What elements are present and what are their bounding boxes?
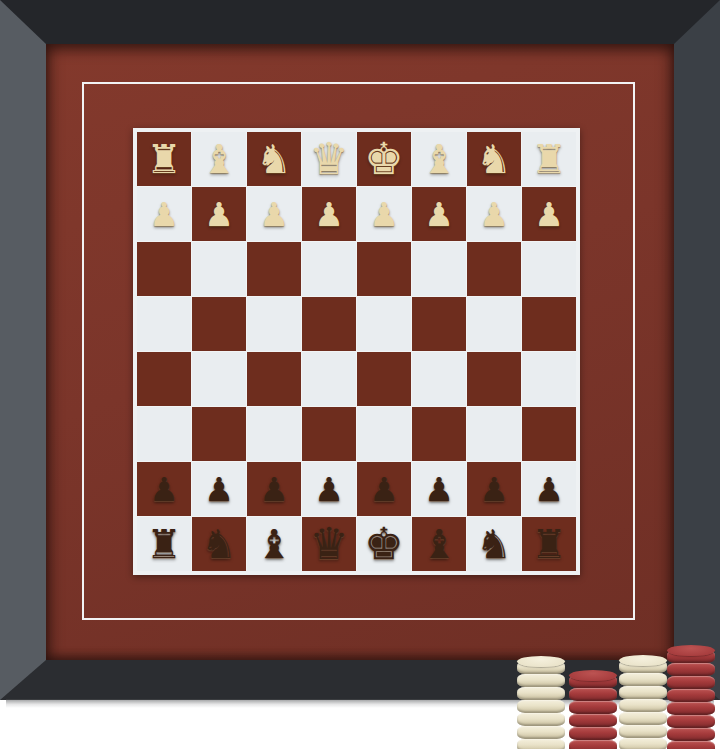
checker-stack-red-4[interactable] — [667, 650, 715, 749]
piece-dark-knight[interactable]: ♞ — [201, 524, 237, 564]
square-h3[interactable] — [522, 407, 576, 461]
square-g8[interactable]: ♞ — [467, 132, 521, 186]
board-grid: ♜♝♞♛♚♝♞♜♟♟♟♟♟♟♟♟♟♟♟♟♟♟♟♟♜♞♝♛♚♝♞♜ — [137, 132, 576, 571]
checker-disc-red — [569, 740, 617, 749]
square-e7[interactable]: ♟ — [357, 187, 411, 241]
piece-dark-pawn[interactable]: ♟ — [369, 473, 399, 506]
square-d2[interactable]: ♟ — [302, 462, 356, 516]
checker-disc-ivory — [619, 712, 667, 725]
square-e6[interactable] — [357, 242, 411, 296]
piece-dark-king[interactable]: ♚ — [364, 522, 403, 566]
checker-disc-ivory — [619, 699, 667, 712]
piece-dark-pawn[interactable]: ♟ — [534, 473, 564, 506]
checker-top-face — [569, 670, 617, 681]
checker-stack-red-2[interactable] — [569, 675, 617, 749]
square-f2[interactable]: ♟ — [412, 462, 466, 516]
square-g5[interactable] — [467, 297, 521, 351]
square-h4[interactable] — [522, 352, 576, 406]
square-d5[interactable] — [302, 297, 356, 351]
checker-disc-red — [569, 688, 617, 701]
piece-dark-knight[interactable]: ♞ — [476, 524, 512, 564]
checker-disc-ivory — [517, 674, 565, 687]
piece-dark-rook[interactable]: ♜ — [531, 524, 567, 564]
checker-disc-ivory — [517, 713, 565, 726]
square-f4[interactable] — [412, 352, 466, 406]
square-a5[interactable] — [137, 297, 191, 351]
square-d4[interactable] — [302, 352, 356, 406]
square-h5[interactable] — [522, 297, 576, 351]
square-b5[interactable] — [192, 297, 246, 351]
square-b7[interactable]: ♟ — [192, 187, 246, 241]
checker-disc-red — [569, 701, 617, 714]
checker-disc-red — [667, 728, 715, 741]
piece-light-knight[interactable]: ♞ — [476, 139, 512, 179]
square-a8[interactable]: ♜ — [137, 132, 191, 186]
piece-light-queen[interactable]: ♛ — [309, 137, 348, 181]
checker-disc-red — [667, 676, 715, 689]
piece-light-knight[interactable]: ♞ — [256, 139, 292, 179]
checker-disc-ivory — [517, 700, 565, 713]
square-c6[interactable] — [247, 242, 301, 296]
piece-light-pawn[interactable]: ♟ — [204, 198, 234, 231]
square-c4[interactable] — [247, 352, 301, 406]
photo-stage: ♜♝♞♛♚♝♞♜♟♟♟♟♟♟♟♟♟♟♟♟♟♟♟♟♜♞♝♛♚♝♞♜ — [0, 0, 720, 749]
square-f8[interactable]: ♝ — [412, 132, 466, 186]
square-g2[interactable]: ♟ — [467, 462, 521, 516]
checker-top-face — [619, 655, 667, 666]
square-b2[interactable]: ♟ — [192, 462, 246, 516]
piece-dark-pawn[interactable]: ♟ — [259, 473, 289, 506]
square-d6[interactable] — [302, 242, 356, 296]
square-b8[interactable]: ♝ — [192, 132, 246, 186]
piece-dark-pawn[interactable]: ♟ — [314, 473, 344, 506]
piece-dark-pawn[interactable]: ♟ — [204, 473, 234, 506]
square-h2[interactable]: ♟ — [522, 462, 576, 516]
piece-light-pawn[interactable]: ♟ — [424, 198, 454, 231]
square-b3[interactable] — [192, 407, 246, 461]
picture-frame: ♜♝♞♛♚♝♞♜♟♟♟♟♟♟♟♟♟♟♟♟♟♟♟♟♜♞♝♛♚♝♞♜ — [0, 0, 720, 700]
square-e4[interactable] — [357, 352, 411, 406]
square-f7[interactable]: ♟ — [412, 187, 466, 241]
square-b1[interactable]: ♞ — [192, 517, 246, 571]
piece-light-pawn[interactable]: ♟ — [314, 198, 344, 231]
piece-light-pawn[interactable]: ♟ — [259, 198, 289, 231]
checker-disc-ivory — [517, 687, 565, 700]
square-c5[interactable] — [247, 297, 301, 351]
square-a3[interactable] — [137, 407, 191, 461]
piece-dark-bishop[interactable]: ♝ — [256, 524, 292, 564]
mat: ♜♝♞♛♚♝♞♜♟♟♟♟♟♟♟♟♟♟♟♟♟♟♟♟♜♞♝♛♚♝♞♜ — [46, 44, 674, 660]
piece-dark-bishop[interactable]: ♝ — [421, 524, 457, 564]
square-a1[interactable]: ♜ — [137, 517, 191, 571]
square-h8[interactable]: ♜ — [522, 132, 576, 186]
chess-board: ♜♝♞♛♚♝♞♜♟♟♟♟♟♟♟♟♟♟♟♟♟♟♟♟♜♞♝♛♚♝♞♜ — [133, 128, 580, 575]
square-h6[interactable] — [522, 242, 576, 296]
piece-light-pawn[interactable]: ♟ — [149, 198, 179, 231]
checker-stack-ivory-3[interactable] — [619, 660, 667, 749]
square-h7[interactable]: ♟ — [522, 187, 576, 241]
square-g1[interactable]: ♞ — [467, 517, 521, 571]
square-c8[interactable]: ♞ — [247, 132, 301, 186]
checker-disc-red — [569, 714, 617, 727]
square-b4[interactable] — [192, 352, 246, 406]
square-d1[interactable]: ♛ — [302, 517, 356, 571]
piece-light-king[interactable]: ♚ — [364, 137, 403, 181]
square-g6[interactable] — [467, 242, 521, 296]
square-b6[interactable] — [192, 242, 246, 296]
square-a4[interactable] — [137, 352, 191, 406]
square-e8[interactable]: ♚ — [357, 132, 411, 186]
piece-dark-queen[interactable]: ♛ — [309, 522, 348, 566]
square-g7[interactable]: ♟ — [467, 187, 521, 241]
piece-light-rook[interactable]: ♜ — [146, 139, 182, 179]
checker-disc-ivory — [517, 726, 565, 739]
square-e3[interactable] — [357, 407, 411, 461]
square-a6[interactable] — [137, 242, 191, 296]
square-f1[interactable]: ♝ — [412, 517, 466, 571]
piece-dark-pawn[interactable]: ♟ — [479, 473, 509, 506]
square-d7[interactable]: ♟ — [302, 187, 356, 241]
square-e2[interactable]: ♟ — [357, 462, 411, 516]
checker-top-face — [667, 645, 715, 656]
square-c1[interactable]: ♝ — [247, 517, 301, 571]
checker-disc-ivory — [619, 686, 667, 699]
checker-disc-red — [667, 689, 715, 702]
square-a2[interactable]: ♟ — [137, 462, 191, 516]
piece-dark-pawn[interactable]: ♟ — [424, 473, 454, 506]
checker-top-face — [517, 656, 565, 667]
square-f5[interactable] — [412, 297, 466, 351]
piece-light-pawn[interactable]: ♟ — [369, 198, 399, 231]
piece-dark-rook[interactable]: ♜ — [146, 524, 182, 564]
square-a7[interactable]: ♟ — [137, 187, 191, 241]
checker-disc-red — [667, 663, 715, 676]
piece-light-bishop[interactable]: ♝ — [201, 139, 237, 179]
checker-disc-red — [569, 727, 617, 740]
square-c3[interactable] — [247, 407, 301, 461]
checker-disc-red — [667, 702, 715, 715]
square-e5[interactable] — [357, 297, 411, 351]
checker-stack-ivory-1[interactable] — [517, 661, 565, 749]
checker-disc-ivory — [517, 739, 565, 749]
square-f3[interactable] — [412, 407, 466, 461]
piece-light-pawn[interactable]: ♟ — [479, 198, 509, 231]
square-e1[interactable]: ♚ — [357, 517, 411, 571]
checker-disc-ivory — [619, 725, 667, 738]
square-d8[interactable]: ♛ — [302, 132, 356, 186]
piece-light-rook[interactable]: ♜ — [531, 139, 567, 179]
square-d3[interactable] — [302, 407, 356, 461]
checker-disc-red — [667, 715, 715, 728]
square-f6[interactable] — [412, 242, 466, 296]
square-g4[interactable] — [467, 352, 521, 406]
piece-dark-pawn[interactable]: ♟ — [149, 473, 179, 506]
square-g3[interactable] — [467, 407, 521, 461]
square-c7[interactable]: ♟ — [247, 187, 301, 241]
piece-light-bishop[interactable]: ♝ — [421, 139, 457, 179]
checker-disc-red — [667, 741, 715, 749]
checker-disc-ivory — [619, 673, 667, 686]
square-h1[interactable]: ♜ — [522, 517, 576, 571]
square-c2[interactable]: ♟ — [247, 462, 301, 516]
checker-disc-ivory — [619, 738, 667, 749]
piece-light-pawn[interactable]: ♟ — [534, 198, 564, 231]
